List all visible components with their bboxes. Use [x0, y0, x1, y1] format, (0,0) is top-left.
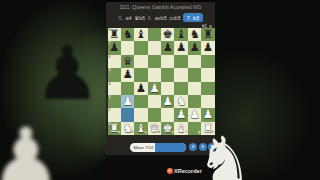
square-b8[interactable]: ♞ [121, 28, 134, 41]
rank-label-3: 3 [109, 96, 111, 100]
square-d4[interactable]: ♟ [148, 82, 161, 95]
square-g6[interactable] [188, 55, 201, 68]
piece-white-pawn[interactable]: ♟ [149, 83, 159, 95]
file-label-a: a [118, 131, 120, 135]
piece-black-knight[interactable]: ♞ [122, 29, 132, 41]
square-c6[interactable] [134, 55, 147, 68]
square-d7[interactable] [148, 41, 161, 54]
piece-white-pawn[interactable]: ♟ [189, 109, 199, 121]
square-e5[interactable] [161, 68, 174, 81]
square-e7[interactable]: ♟ [161, 41, 174, 54]
square-a7[interactable]: 7♟ [108, 41, 121, 54]
square-d3[interactable] [148, 95, 161, 108]
square-f6[interactable] [174, 55, 187, 68]
square-d2[interactable] [148, 108, 161, 121]
rank-label-1: 1 [109, 123, 111, 127]
square-d1[interactable]: d♛ [148, 122, 161, 135]
move-item[interactable]: ♛b6 [134, 15, 145, 21]
square-h2[interactable]: ♟ [201, 108, 214, 121]
square-a4[interactable]: 4 [108, 82, 121, 95]
current-move-pill[interactable]: 7. b3 [183, 13, 202, 22]
square-c8[interactable]: ♝ [134, 28, 147, 41]
square-e2[interactable] [161, 108, 174, 121]
background-white-knight-icon: ♞ [197, 128, 252, 180]
square-e6[interactable] [161, 55, 174, 68]
recorder-watermark-text: XRecorder [174, 168, 202, 174]
square-h7[interactable]: ♟ [201, 41, 214, 54]
opening-title: D21: Queens Gambit Accepted Nf3 [106, 4, 215, 10]
square-b2[interactable] [121, 108, 134, 121]
piece-black-bishop[interactable]: ♝ [176, 29, 186, 41]
piece-black-pawn[interactable]: ♟ [136, 83, 146, 95]
piece-black-knight[interactable]: ♞ [189, 29, 199, 41]
square-a2[interactable]: 2 [108, 108, 121, 121]
piece-black-rook[interactable]: ♜ [109, 29, 119, 41]
piece-black-pawn[interactable]: ♟ [176, 42, 186, 54]
piece-white-pawn[interactable]: ♟ [163, 96, 173, 108]
square-b1[interactable]: b♞ [121, 122, 134, 135]
piece-black-pawn[interactable]: ♟ [122, 69, 132, 81]
square-f5[interactable] [174, 68, 187, 81]
prev-move-button[interactable]: ‹ [189, 143, 197, 151]
square-f7[interactable]: ♟ [174, 41, 187, 54]
square-f4[interactable] [174, 82, 187, 95]
rank-label-6: 6 [109, 56, 111, 60]
square-c2[interactable] [134, 108, 147, 121]
chess-board[interactable]: 8♜♞♝♚♝♞♜7♟♟♟♟♟6♛5♟4♟♟3♟♟♞2♟♟♟1a♜b♞c♝d♛e♚… [108, 28, 215, 135]
square-d6[interactable] [148, 55, 161, 68]
square-b4[interactable] [121, 82, 134, 95]
piece-black-rook[interactable]: ♜ [203, 29, 213, 41]
move-slider[interactable]: Move 7/14 [130, 143, 186, 153]
piece-black-pawn[interactable]: ♟ [189, 42, 199, 54]
square-c5[interactable] [134, 68, 147, 81]
file-label-d: d [158, 131, 160, 135]
square-h4[interactable] [201, 82, 214, 95]
piece-black-queen[interactable]: ♛ [122, 56, 132, 68]
rank-label-4: 4 [109, 83, 111, 87]
square-h6[interactable] [201, 55, 214, 68]
square-h5[interactable] [201, 68, 214, 81]
background-black-pawn-icon: ♟ [34, 36, 100, 110]
rank-label-8: 8 [109, 29, 111, 33]
square-g2[interactable]: ♟ [188, 108, 201, 121]
file-label-e: e [171, 131, 173, 135]
square-c7[interactable] [134, 41, 147, 54]
square-a3[interactable]: 3 [108, 95, 121, 108]
square-c3[interactable] [134, 95, 147, 108]
move-item[interactable]: axb5 [155, 15, 167, 21]
move-item[interactable]: cxb5 [169, 15, 181, 21]
piece-black-king[interactable]: ♚ [163, 29, 173, 41]
piece-black-pawn[interactable]: ♟ [203, 42, 213, 54]
status-bar [106, 0, 215, 2]
rank-label-7: 7 [109, 42, 111, 46]
move-list: 5.a4♛b66.axb5cxb57. b3 [106, 11, 215, 24]
move-number: 5. [118, 15, 123, 21]
piece-black-pawn[interactable]: ♟ [163, 42, 173, 54]
square-b3[interactable]: ♟ [121, 95, 134, 108]
file-label-c: c [145, 131, 147, 135]
move-slider-label: Move 7/14 [134, 145, 154, 150]
rank-label-5: 5 [109, 69, 111, 73]
square-f2[interactable]: ♟ [174, 108, 187, 121]
rank-label-2: 2 [109, 109, 111, 113]
piece-white-pawn[interactable]: ♟ [203, 109, 213, 121]
square-e1[interactable]: e♚ [161, 122, 174, 135]
square-a5[interactable]: 5 [108, 68, 121, 81]
recorder-watermark: × XRecorder [167, 168, 202, 174]
background-white-pawn-icon: ♟ [0, 118, 62, 180]
square-b7[interactable] [121, 41, 134, 54]
square-g7[interactable]: ♟ [188, 41, 201, 54]
piece-white-pawn[interactable]: ♟ [122, 96, 132, 108]
square-e3[interactable]: ♟ [161, 95, 174, 108]
move-slider-fill [155, 143, 186, 153]
move-number: 6. [148, 15, 153, 21]
square-c1[interactable]: c♝ [134, 122, 147, 135]
screen: ♟ ♟ ♞ D21: Queens Gambit Accepted Nf3 5.… [0, 0, 320, 180]
square-d5[interactable] [148, 68, 161, 81]
square-g4[interactable] [188, 82, 201, 95]
square-a1[interactable]: 1a♜ [108, 122, 121, 135]
square-b5[interactable]: ♟ [121, 68, 134, 81]
piece-white-pawn[interactable]: ♟ [176, 109, 186, 121]
recorder-icon: × [167, 168, 173, 174]
file-label-f: f [186, 131, 187, 135]
square-e4[interactable] [161, 82, 174, 95]
square-d8[interactable] [148, 28, 161, 41]
square-f1[interactable]: f♝ [174, 122, 187, 135]
piece-white-knight[interactable]: ♞ [176, 96, 186, 108]
square-g5[interactable] [188, 68, 201, 81]
square-a6[interactable]: 6 [108, 55, 121, 68]
piece-black-pawn[interactable]: ♟ [109, 42, 119, 54]
file-label-b: b [131, 131, 133, 135]
piece-black-bishop[interactable]: ♝ [136, 29, 146, 41]
square-c4[interactable]: ♟ [134, 82, 147, 95]
move-item[interactable]: a4 [126, 15, 132, 21]
